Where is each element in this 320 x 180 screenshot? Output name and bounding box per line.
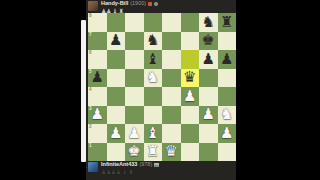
- square-g1[interactable]: [199, 143, 218, 162]
- square-f4[interactable]: ♟: [181, 87, 200, 106]
- square-f8[interactable]: [181, 13, 200, 32]
- rank-label-4: 4: [89, 87, 92, 92]
- square-d4[interactable]: [144, 87, 163, 106]
- square-a1[interactable]: 1: [88, 143, 107, 162]
- white-pawn: ♟: [109, 125, 122, 140]
- black-pawn: ♟: [91, 70, 104, 85]
- square-f3[interactable]: [181, 106, 200, 125]
- black-pawn: ♟: [109, 33, 122, 48]
- square-g4[interactable]: [199, 87, 218, 106]
- white-pawn: ♟: [128, 125, 141, 140]
- square-e2[interactable]: [162, 124, 181, 143]
- black-rook: ♜: [220, 14, 233, 29]
- square-h2[interactable]: ♟: [218, 124, 237, 143]
- square-b5[interactable]: [107, 69, 126, 88]
- square-b2[interactable]: ♟: [107, 124, 126, 143]
- rank-label-6: 6: [89, 50, 92, 55]
- square-c4[interactable]: [125, 87, 144, 106]
- square-b4[interactable]: [107, 87, 126, 106]
- square-d5[interactable]: ♞: [144, 69, 163, 88]
- square-b8[interactable]: [107, 13, 126, 32]
- white-pawn: ♟: [220, 125, 233, 140]
- square-g7[interactable]: ♚: [199, 32, 218, 51]
- square-e3[interactable]: [162, 106, 181, 125]
- square-d2[interactable]: ♝: [144, 124, 163, 143]
- square-a8[interactable]: 8: [88, 13, 107, 32]
- square-c8[interactable]: [125, 13, 144, 32]
- white-pawn: ♟: [202, 107, 215, 122]
- square-h6[interactable]: ♟: [218, 50, 237, 69]
- square-f5[interactable]: ♛: [181, 69, 200, 88]
- square-h3[interactable]: ♞: [218, 106, 237, 125]
- square-b3[interactable]: [107, 106, 126, 125]
- rank-label-8: 8: [89, 13, 92, 18]
- top-player-bar: Handy-Bill (1900) ♟♟ ♝ ♜: [86, 0, 236, 13]
- square-a3[interactable]: 3♟: [88, 106, 107, 125]
- square-d6[interactable]: ♝: [144, 50, 163, 69]
- square-e1[interactable]: ♛: [162, 143, 181, 162]
- square-g3[interactable]: ♟: [199, 106, 218, 125]
- square-a7[interactable]: 7: [88, 32, 107, 51]
- square-h1[interactable]: [218, 143, 237, 162]
- square-a5[interactable]: 5♟: [88, 69, 107, 88]
- badge-icon: [148, 2, 152, 6]
- square-c5[interactable]: [125, 69, 144, 88]
- black-bishop: ♝: [146, 51, 159, 66]
- screenshot-stage: Handy-Bill (1900) ♟♟ ♝ ♜ 8♞♜7♟♞♚6♝♟♟5♟♞♛…: [0, 0, 320, 180]
- bottom-player-bar: InfiniteAnt433 (978) ♟♟♟♟ ♝ ♜: [86, 161, 236, 180]
- square-a4[interactable]: 4: [88, 87, 107, 106]
- square-g6[interactable]: ♟: [199, 50, 218, 69]
- white-rook: ♜: [146, 144, 159, 159]
- square-d1[interactable]: ♜: [144, 143, 163, 162]
- square-d7[interactable]: ♞: [144, 32, 163, 51]
- black-knight: ♞: [146, 33, 159, 48]
- square-h4[interactable]: [218, 87, 237, 106]
- top-player-name[interactable]: Handy-Bill: [101, 1, 128, 7]
- square-e7[interactable]: [162, 32, 181, 51]
- square-c3[interactable]: [125, 106, 144, 125]
- square-d3[interactable]: [144, 106, 163, 125]
- bottom-player-avatar[interactable]: [88, 162, 98, 172]
- bottom-captured-pieces: ♟♟♟♟ ♝ ♜: [101, 169, 159, 176]
- white-queen: ♛: [165, 144, 178, 159]
- square-f7[interactable]: [181, 32, 200, 51]
- square-f6[interactable]: [181, 50, 200, 69]
- square-e5[interactable]: [162, 69, 181, 88]
- rank-label-2: 2: [89, 124, 92, 129]
- square-g2[interactable]: [199, 124, 218, 143]
- square-f1[interactable]: [181, 143, 200, 162]
- white-king: ♚: [128, 144, 141, 159]
- square-c1[interactable]: ♚: [125, 143, 144, 162]
- rank-label-7: 7: [89, 32, 92, 37]
- white-knight: ♞: [146, 70, 159, 85]
- square-b7[interactable]: ♟: [107, 32, 126, 51]
- bottom-player-rating: (978): [139, 162, 152, 168]
- flag-icon: [154, 163, 159, 167]
- square-g8[interactable]: ♞: [199, 13, 218, 32]
- top-player-rating: (1900): [130, 1, 146, 7]
- rank-label-1: 1: [89, 143, 92, 148]
- bottom-player-name[interactable]: InfiniteAnt433: [101, 162, 137, 168]
- square-a2[interactable]: 2: [88, 124, 107, 143]
- square-f2[interactable]: [181, 124, 200, 143]
- white-pawn: ♟: [91, 107, 104, 122]
- square-d8[interactable]: [144, 13, 163, 32]
- square-e8[interactable]: [162, 13, 181, 32]
- black-knight: ♞: [202, 14, 215, 29]
- chess-app-panel: Handy-Bill (1900) ♟♟ ♝ ♜ 8♞♜7♟♞♚6♝♟♟5♟♞♛…: [86, 0, 236, 180]
- square-c6[interactable]: [125, 50, 144, 69]
- white-pawn: ♟: [183, 88, 196, 103]
- square-h5[interactable]: [218, 69, 237, 88]
- white-knight: ♞: [220, 107, 233, 122]
- square-h7[interactable]: [218, 32, 237, 51]
- square-b6[interactable]: [107, 50, 126, 69]
- status-dot-icon: [154, 2, 158, 6]
- square-e6[interactable]: [162, 50, 181, 69]
- square-a6[interactable]: 6: [88, 50, 107, 69]
- chess-board: 8♞♜7♟♞♚6♝♟♟5♟♞♛4♟3♟♟♞2♟♟♝♟1♚♜♛: [88, 13, 236, 161]
- black-pawn: ♟: [220, 51, 233, 66]
- square-c7[interactable]: [125, 32, 144, 51]
- square-e4[interactable]: [162, 87, 181, 106]
- top-player-avatar[interactable]: [88, 1, 98, 11]
- square-c2[interactable]: ♟: [125, 124, 144, 143]
- black-king: ♚: [202, 33, 215, 48]
- square-b1[interactable]: [107, 143, 126, 162]
- black-queen: ♛: [183, 70, 196, 85]
- black-pawn: ♟: [202, 51, 215, 66]
- white-bishop: ♝: [146, 125, 159, 140]
- square-g5[interactable]: [199, 69, 218, 88]
- square-h8[interactable]: ♜: [218, 13, 237, 32]
